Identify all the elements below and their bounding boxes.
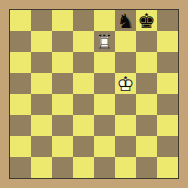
square-f4[interactable] xyxy=(115,94,136,115)
square-a8[interactable] xyxy=(10,10,31,31)
square-d4[interactable] xyxy=(73,94,94,115)
square-a2[interactable] xyxy=(10,136,31,157)
square-a6[interactable] xyxy=(10,52,31,73)
square-a5[interactable] xyxy=(10,73,31,94)
square-b1[interactable] xyxy=(31,157,52,178)
square-h2[interactable] xyxy=(157,136,178,157)
square-c1[interactable] xyxy=(52,157,73,178)
square-h1[interactable] xyxy=(157,157,178,178)
black-king-piece[interactable]: ♚ xyxy=(136,10,157,31)
square-g2[interactable] xyxy=(136,136,157,157)
square-b3[interactable] xyxy=(31,115,52,136)
square-f1[interactable] xyxy=(115,157,136,178)
square-a4[interactable] xyxy=(10,94,31,115)
square-c3[interactable] xyxy=(52,115,73,136)
square-a3[interactable] xyxy=(10,115,31,136)
square-b4[interactable] xyxy=(31,94,52,115)
white-piece-outline-glyph: ♖ xyxy=(94,31,115,52)
square-c8[interactable] xyxy=(52,10,73,31)
square-d2[interactable] xyxy=(73,136,94,157)
square-e1[interactable] xyxy=(94,157,115,178)
square-g8[interactable]: ♚ xyxy=(136,10,157,31)
square-e6[interactable] xyxy=(94,52,115,73)
square-g3[interactable] xyxy=(136,115,157,136)
square-e7[interactable]: ♜♖ xyxy=(94,31,115,52)
square-c2[interactable] xyxy=(52,136,73,157)
square-c4[interactable] xyxy=(52,94,73,115)
square-c6[interactable] xyxy=(52,52,73,73)
square-e2[interactable] xyxy=(94,136,115,157)
white-piece-outline-glyph: ♔ xyxy=(115,73,136,94)
chess-board: ♞♚♜♖♚♔ xyxy=(9,9,179,179)
square-g1[interactable] xyxy=(136,157,157,178)
square-h6[interactable] xyxy=(157,52,178,73)
black-knight-piece[interactable]: ♞ xyxy=(115,10,136,31)
square-g5[interactable] xyxy=(136,73,157,94)
square-f2[interactable] xyxy=(115,136,136,157)
square-a7[interactable] xyxy=(10,31,31,52)
square-g7[interactable] xyxy=(136,31,157,52)
white-king-piece[interactable]: ♚♔ xyxy=(115,73,136,94)
square-d6[interactable] xyxy=(73,52,94,73)
square-b7[interactable] xyxy=(31,31,52,52)
square-b6[interactable] xyxy=(31,52,52,73)
square-d3[interactable] xyxy=(73,115,94,136)
square-e3[interactable] xyxy=(94,115,115,136)
square-b8[interactable] xyxy=(31,10,52,31)
square-c7[interactable] xyxy=(52,31,73,52)
black-piece-glyph: ♚ xyxy=(136,10,157,31)
square-f8[interactable]: ♞ xyxy=(115,10,136,31)
white-rook-piece[interactable]: ♜♖ xyxy=(94,31,115,52)
square-g4[interactable] xyxy=(136,94,157,115)
square-f3[interactable] xyxy=(115,115,136,136)
square-f5[interactable]: ♚♔ xyxy=(115,73,136,94)
square-b5[interactable] xyxy=(31,73,52,94)
square-h5[interactable] xyxy=(157,73,178,94)
square-d7[interactable] xyxy=(73,31,94,52)
square-h4[interactable] xyxy=(157,94,178,115)
square-e8[interactable] xyxy=(94,10,115,31)
square-g6[interactable] xyxy=(136,52,157,73)
square-h3[interactable] xyxy=(157,115,178,136)
square-f6[interactable] xyxy=(115,52,136,73)
square-a1[interactable] xyxy=(10,157,31,178)
square-f7[interactable] xyxy=(115,31,136,52)
square-h7[interactable] xyxy=(157,31,178,52)
square-c5[interactable] xyxy=(52,73,73,94)
square-e5[interactable] xyxy=(94,73,115,94)
square-d5[interactable] xyxy=(73,73,94,94)
square-e4[interactable] xyxy=(94,94,115,115)
square-d8[interactable] xyxy=(73,10,94,31)
black-piece-glyph: ♞ xyxy=(115,10,136,31)
square-b2[interactable] xyxy=(31,136,52,157)
board-frame: ♞♚♜♖♚♔ xyxy=(0,0,188,188)
square-d1[interactable] xyxy=(73,157,94,178)
square-h8[interactable] xyxy=(157,10,178,31)
